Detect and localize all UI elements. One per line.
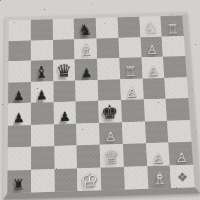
square-d1[interactable]: ♔ xyxy=(77,167,101,191)
black-rook-a1: ♜ xyxy=(12,177,25,192)
square-g7[interactable]: ♙ xyxy=(140,36,163,57)
square-b7[interactable] xyxy=(31,39,53,60)
square-e3[interactable]: ♙ xyxy=(99,122,123,145)
square-c2[interactable] xyxy=(54,145,77,168)
black-pawn-a4: ♟ xyxy=(13,111,25,124)
square-h6[interactable] xyxy=(163,56,187,78)
square-e7[interactable] xyxy=(96,37,119,58)
square-c3[interactable] xyxy=(53,123,76,146)
square-b6[interactable]: ♝ xyxy=(31,60,53,82)
black-bishop-b6: ♝ xyxy=(34,64,49,80)
black-pawn-d6: ♟ xyxy=(80,66,92,79)
white-rook-f6: ♖ xyxy=(124,64,137,78)
square-c5[interactable] xyxy=(53,80,76,102)
square-e6[interactable] xyxy=(97,58,120,80)
square-d5[interactable] xyxy=(75,80,98,102)
square-c1[interactable] xyxy=(54,168,78,192)
white-pawn-e3: ♙ xyxy=(105,130,117,143)
white-knight-g8: ♘ xyxy=(144,20,158,36)
white-rook-h8: ♖ xyxy=(166,21,178,35)
black-king-e4: ♚ xyxy=(101,102,119,121)
square-e2[interactable]: ♕ xyxy=(100,144,124,167)
square-e5[interactable] xyxy=(98,79,121,101)
square-b4[interactable] xyxy=(31,102,54,124)
square-c7[interactable] xyxy=(52,39,74,60)
square-c4[interactable]: ♟ xyxy=(53,101,76,123)
square-a6[interactable] xyxy=(8,61,30,83)
square-f3[interactable] xyxy=(122,121,146,144)
square-a7[interactable] xyxy=(8,40,30,61)
square-d8[interactable]: ♞ xyxy=(74,18,96,39)
square-g8[interactable]: ♘ xyxy=(139,16,162,37)
square-d3[interactable] xyxy=(76,123,99,146)
square-a1[interactable]: ♜ xyxy=(7,169,30,193)
square-e4[interactable]: ♚ xyxy=(98,100,121,122)
square-b8[interactable] xyxy=(31,19,53,40)
white-queen-e2: ♕ xyxy=(103,147,120,166)
black-pawn-a5: ♟ xyxy=(13,89,25,102)
square-b3[interactable] xyxy=(31,124,54,147)
square-f5[interactable]: ♙ xyxy=(120,78,143,100)
white-pawn-h2: ♙ xyxy=(175,150,187,164)
square-f2[interactable] xyxy=(123,143,147,166)
square-d7[interactable]: ♗ xyxy=(74,38,97,59)
square-c6[interactable]: ♛ xyxy=(53,59,76,81)
square-a8[interactable] xyxy=(9,20,31,41)
square-d6[interactable]: ♟ xyxy=(75,59,98,81)
square-b5[interactable]: ♟ xyxy=(31,81,54,103)
square-h2[interactable]: ♙ xyxy=(169,142,194,165)
square-f1[interactable] xyxy=(124,166,148,190)
square-d2[interactable] xyxy=(77,145,101,168)
white-bishop-g1: ♗ xyxy=(152,171,167,188)
square-h7[interactable] xyxy=(162,36,185,57)
square-f4[interactable] xyxy=(121,99,145,121)
square-a4[interactable]: ♟ xyxy=(8,103,31,125)
black-queen-c6: ♛ xyxy=(56,62,72,80)
black-pawn-b5: ♟ xyxy=(36,89,48,102)
black-knight-d8: ♞ xyxy=(78,22,92,38)
square-f7[interactable] xyxy=(118,37,141,58)
square-h3[interactable] xyxy=(167,120,191,143)
square-a5[interactable]: ♟ xyxy=(8,82,31,104)
board: ♞♘♖♗♙♝♛♟♖♙♟♟♙♟♟♚♙♕♙♙♜♔♗❖ xyxy=(3,12,200,200)
square-g1[interactable]: ♗ xyxy=(147,165,172,189)
square-c8[interactable] xyxy=(52,19,74,40)
square-g2[interactable]: ♙ xyxy=(146,143,170,166)
film-grain xyxy=(0,0,1,1)
square-h5[interactable] xyxy=(164,77,188,99)
square-h8[interactable]: ♖ xyxy=(161,15,184,36)
square-h4[interactable] xyxy=(166,98,190,120)
white-king-d1: ♔ xyxy=(80,170,98,190)
corner-stamp: ❖ xyxy=(176,170,188,185)
square-b1[interactable] xyxy=(31,169,55,193)
square-g6[interactable]: ♙ xyxy=(141,57,164,79)
square-d4[interactable] xyxy=(76,101,99,123)
square-a2[interactable] xyxy=(8,147,31,170)
white-pawn-g6: ♙ xyxy=(147,64,159,77)
white-pawn-f5: ♙ xyxy=(126,86,138,99)
square-g3[interactable] xyxy=(144,120,168,143)
white-pawn-g7: ♙ xyxy=(146,43,158,56)
board-tilt-wrapper: ♞♘♖♗♙♝♛♟♖♙♟♟♙♟♟♚♙♕♙♙♜♔♗❖ xyxy=(3,12,199,198)
black-pawn-c4: ♟ xyxy=(59,109,71,122)
square-b2[interactable] xyxy=(31,146,54,169)
square-g5[interactable] xyxy=(142,78,166,100)
square-e8[interactable] xyxy=(96,17,119,38)
white-pawn-g2: ♙ xyxy=(152,151,164,165)
square-f6[interactable]: ♖ xyxy=(119,57,142,79)
square-h1[interactable]: ❖ xyxy=(170,164,195,188)
square-a3[interactable] xyxy=(8,125,31,148)
photo-scene: ♞♘♖♗♙♝♛♟♖♙♟♟♙♟♟♚♙♕♙♙♜♔♗❖ xyxy=(0,0,200,200)
square-f8[interactable] xyxy=(117,17,140,38)
white-bishop-d7: ♗ xyxy=(78,42,92,58)
square-e1[interactable] xyxy=(100,166,124,190)
square-g4[interactable] xyxy=(143,99,167,121)
